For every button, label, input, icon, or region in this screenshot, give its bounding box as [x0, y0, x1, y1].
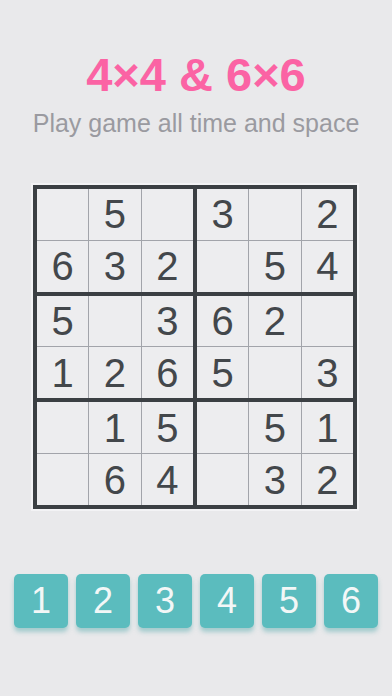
sudoku-cell-r4c6[interactable]: 3: [302, 347, 353, 398]
sudoku-cell-r3c3[interactable]: 3: [142, 296, 193, 347]
sudoku-cell-r4c3[interactable]: 6: [142, 347, 193, 398]
sudoku-cell-r6c2[interactable]: 6: [89, 454, 140, 505]
app-title: 4×4 & 6×6: [0, 50, 392, 100]
numpad-button-4[interactable]: 4: [200, 574, 254, 628]
sudoku-cell-r1c5[interactable]: [249, 189, 300, 240]
sudoku-cell-r3c6[interactable]: [302, 296, 353, 347]
sudoku-cell-r1c6[interactable]: 2: [302, 189, 353, 240]
sudoku-cell-r2c2[interactable]: 3: [89, 241, 140, 292]
sudoku-cell-r1c4[interactable]: 3: [197, 189, 248, 240]
sudoku-cell-r6c6[interactable]: 2: [302, 454, 353, 505]
numpad-button-5[interactable]: 5: [262, 574, 316, 628]
sudoku-cell-r5c3[interactable]: 5: [142, 402, 193, 453]
sudoku-cell-r4c1[interactable]: 1: [37, 347, 88, 398]
sudoku-cell-r3c1[interactable]: 5: [37, 296, 88, 347]
sudoku-cell-r5c2[interactable]: 1: [89, 402, 140, 453]
sudoku-cell-r2c5[interactable]: 5: [249, 241, 300, 292]
numpad-button-1[interactable]: 1: [14, 574, 68, 628]
sudoku-cell-r1c3[interactable]: [142, 189, 193, 240]
sudoku-cell-r3c4[interactable]: 6: [197, 296, 248, 347]
app-screen: 4×4 & 6×6 Play game all time and space 5…: [0, 0, 392, 696]
sudoku-box-0-0: 5632: [37, 189, 193, 292]
sudoku-cell-r3c5[interactable]: 2: [249, 296, 300, 347]
sudoku-cell-r1c2[interactable]: 5: [89, 189, 140, 240]
sudoku-box-2-1: 5132: [197, 402, 353, 505]
sudoku-cell-r6c3[interactable]: 4: [142, 454, 193, 505]
sudoku-box-2-0: 1564: [37, 402, 193, 505]
sudoku-cell-r6c5[interactable]: 3: [249, 454, 300, 505]
sudoku-cell-r4c5[interactable]: [249, 347, 300, 398]
numpad-button-2[interactable]: 2: [76, 574, 130, 628]
sudoku-cell-r5c5[interactable]: 5: [249, 402, 300, 453]
sudoku-cell-r4c4[interactable]: 5: [197, 347, 248, 398]
numpad-button-6[interactable]: 6: [324, 574, 378, 628]
app-subtitle: Play game all time and space: [0, 108, 392, 138]
sudoku-cell-r2c3[interactable]: 2: [142, 241, 193, 292]
sudoku-cell-r6c4[interactable]: [197, 454, 248, 505]
sudoku-cell-r6c1[interactable]: [37, 454, 88, 505]
sudoku-cell-r2c6[interactable]: 4: [302, 241, 353, 292]
sudoku-cell-r5c4[interactable]: [197, 402, 248, 453]
numpad: 123456: [14, 574, 378, 628]
numpad-button-3[interactable]: 3: [138, 574, 192, 628]
sudoku-cell-r1c1[interactable]: [37, 189, 88, 240]
sudoku-box-1-1: 6253: [197, 296, 353, 399]
sudoku-cell-r2c1[interactable]: 6: [37, 241, 88, 292]
sudoku-cell-r4c2[interactable]: 2: [89, 347, 140, 398]
sudoku-board: 5632325453126625315645132: [33, 185, 357, 509]
sudoku-cell-r3c2[interactable]: [89, 296, 140, 347]
sudoku-cell-r5c1[interactable]: [37, 402, 88, 453]
sudoku-box-0-1: 3254: [197, 189, 353, 292]
sudoku-cell-r2c4[interactable]: [197, 241, 248, 292]
sudoku-box-1-0: 53126: [37, 296, 193, 399]
sudoku-cell-r5c6[interactable]: 1: [302, 402, 353, 453]
